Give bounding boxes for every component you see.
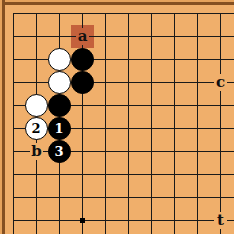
grid-line-horizontal [13, 82, 234, 83]
grid-line-horizontal [13, 220, 234, 221]
white-stone [48, 48, 71, 71]
black-stone: 3 [48, 140, 71, 163]
black-stone [48, 94, 71, 117]
grid-line-horizontal [13, 59, 234, 60]
grid-line-vertical [220, 13, 221, 234]
white-stone [48, 71, 71, 94]
grid-line-horizontal [13, 174, 234, 175]
board-edge-top [0, 2, 234, 5]
point-label-b: b [30, 143, 43, 160]
grid-line-vertical [82, 13, 83, 234]
board-edge-left [2, 0, 5, 234]
black-stone [71, 48, 94, 71]
grid-line-horizontal [13, 36, 234, 37]
grid-line-vertical [197, 13, 198, 234]
black-stone [71, 71, 94, 94]
grid-line-horizontal [13, 197, 234, 198]
grid-line-vertical [105, 13, 106, 234]
grid-line-vertical [128, 13, 129, 234]
black-stone: 1 [48, 117, 71, 140]
grid-line-vertical [151, 13, 152, 234]
go-board-diagram: abct213 [0, 0, 234, 234]
point-label-a: a [76, 28, 89, 45]
star-point [80, 218, 85, 223]
stone-number: 2 [31, 122, 40, 135]
grid-line-vertical [13, 13, 14, 234]
stone-number: 3 [54, 145, 63, 158]
white-stone: 2 [25, 117, 48, 140]
white-stone [25, 94, 48, 117]
grid-line-horizontal [13, 151, 234, 152]
grid-line-vertical [174, 13, 175, 234]
point-label-c: c [214, 74, 227, 91]
stone-number: 1 [54, 122, 63, 135]
point-label-t: t [214, 212, 227, 229]
grid-line-horizontal [13, 13, 234, 14]
